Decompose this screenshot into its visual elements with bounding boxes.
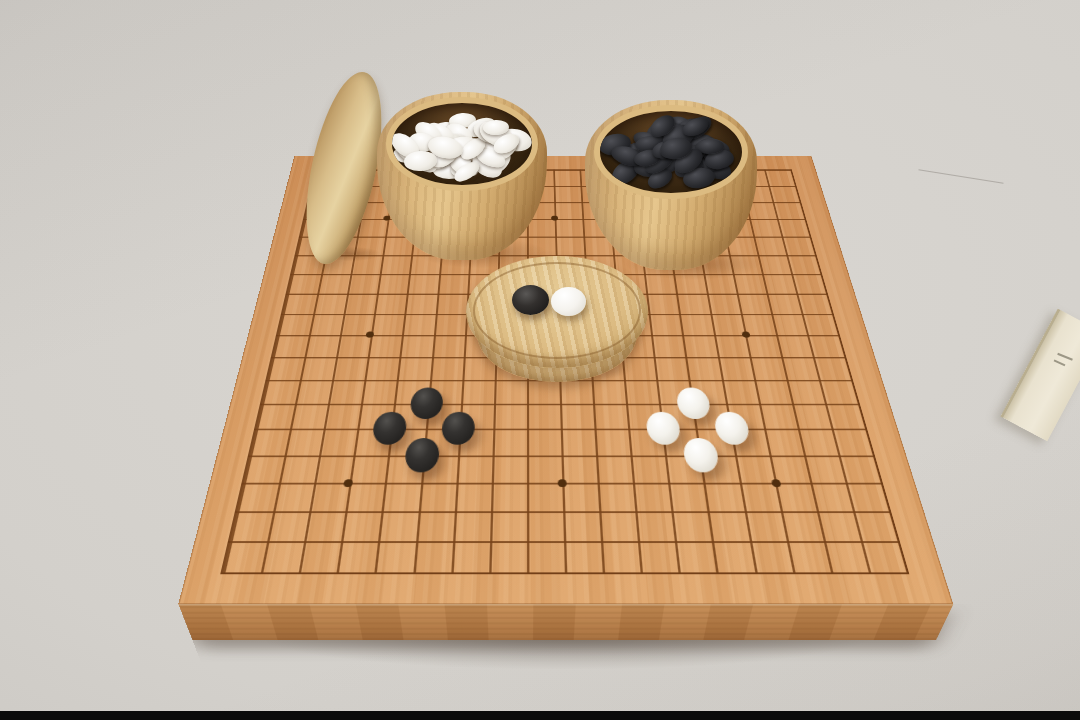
star-point [551,216,558,221]
board-front-face [178,604,953,640]
star-point [741,332,750,338]
lid-tray-white-stone [551,287,586,316]
white-stone [712,412,750,445]
star-point [558,479,567,487]
white-stone [676,388,713,419]
star-point [365,332,374,338]
black-bowl-opening [594,105,748,199]
photo-scene [0,0,1080,720]
black-stone [372,412,409,445]
paper-mark [1054,360,1066,367]
black-stone [403,438,439,472]
black-stone [409,388,444,419]
paper-edge-object [1000,309,1080,442]
photo-bottom-black-bar [0,711,1080,720]
white-stone [645,412,682,445]
star-point [771,479,782,487]
lid-tray-black-stone [512,285,549,315]
floor-scratch-mark [918,169,1003,183]
white-bowl-opening [386,97,538,191]
star-point [343,479,353,487]
paper-mark [1057,353,1073,361]
white-stone [682,438,720,472]
black-stone [441,412,476,445]
